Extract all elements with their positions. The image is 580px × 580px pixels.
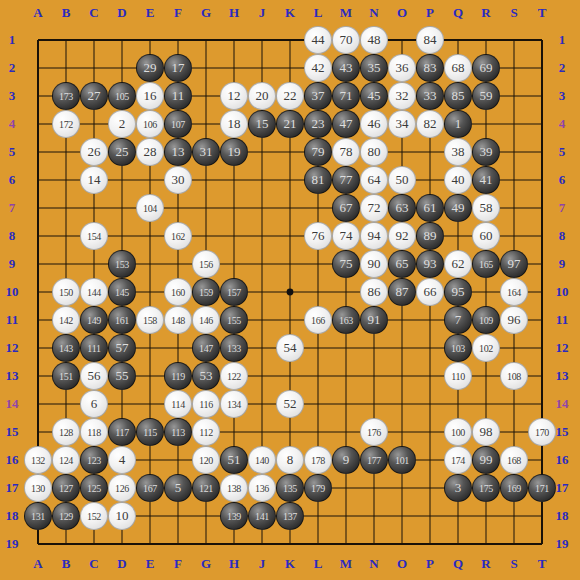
stone-K18-move-137[interactable]: 137 (276, 502, 304, 530)
stone-Q17-move-3[interactable]: 3 (444, 474, 472, 502)
stone-M5-move-78[interactable]: 78 (332, 138, 360, 166)
coord-label-top-M: M (332, 5, 360, 21)
stone-N5-move-80[interactable]: 80 (360, 138, 388, 166)
stone-N8-move-94[interactable]: 94 (360, 222, 388, 250)
coord-label-bottom-O: O (388, 556, 416, 572)
stone-Q11-move-7[interactable]: 7 (444, 306, 472, 334)
coord-label-top-F: F (164, 5, 192, 21)
stone-P4-move-82[interactable]: 82 (416, 110, 444, 138)
coord-label-left-1: 1 (0, 32, 26, 48)
stone-M2-move-43[interactable]: 43 (332, 54, 360, 82)
stone-R2-move-69[interactable]: 69 (472, 54, 500, 82)
coord-label-left-3: 3 (0, 88, 26, 104)
coord-label-right-16: 16 (548, 452, 576, 468)
coord-label-right-18: 18 (548, 508, 576, 524)
stone-R16-move-99[interactable]: 99 (472, 446, 500, 474)
coord-label-bottom-J: J (248, 556, 276, 572)
stone-T15-move-170[interactable]: 170 (528, 418, 556, 446)
stone-Q6-move-40[interactable]: 40 (444, 166, 472, 194)
stone-N15-move-176[interactable]: 176 (360, 418, 388, 446)
coord-label-right-10: 10 (548, 284, 576, 300)
stone-S16-move-168[interactable]: 168 (500, 446, 528, 474)
stone-M16-move-9[interactable]: 9 (332, 446, 360, 474)
stone-C11-move-149[interactable]: 149 (80, 306, 108, 334)
stone-J4-move-15[interactable]: 15 (248, 110, 276, 138)
stone-F5-move-13[interactable]: 13 (164, 138, 192, 166)
stone-M1-move-70[interactable]: 70 (332, 26, 360, 54)
stone-N10-move-86[interactable]: 86 (360, 278, 388, 306)
stone-P1-move-84[interactable]: 84 (416, 26, 444, 54)
coord-label-bottom-R: R (472, 556, 500, 572)
stone-S9-move-97[interactable]: 97 (500, 250, 528, 278)
coord-label-top-Q: Q (444, 5, 472, 21)
stone-D10-move-145[interactable]: 145 (108, 278, 136, 306)
coord-label-bottom-L: L (304, 556, 332, 572)
coord-label-left-4: 4 (0, 116, 26, 132)
stone-M6-move-77[interactable]: 77 (332, 166, 360, 194)
stone-R5-move-39[interactable]: 39 (472, 138, 500, 166)
stone-D9-move-153[interactable]: 153 (108, 250, 136, 278)
stone-N3-move-45[interactable]: 45 (360, 82, 388, 110)
stone-D17-move-126[interactable]: 126 (108, 474, 136, 502)
stone-P9-move-93[interactable]: 93 (416, 250, 444, 278)
stone-R6-move-41[interactable]: 41 (472, 166, 500, 194)
stone-B18-move-129[interactable]: 129 (52, 502, 80, 530)
stone-D13-move-55[interactable]: 55 (108, 362, 136, 390)
stone-T17-move-171[interactable]: 171 (528, 474, 556, 502)
coord-label-bottom-F: F (164, 556, 192, 572)
coord-label-left-6: 6 (0, 172, 26, 188)
stone-B17-move-127[interactable]: 127 (52, 474, 80, 502)
coord-label-right-5: 5 (548, 144, 576, 160)
coord-label-top-E: E (136, 5, 164, 21)
stone-B13-move-151[interactable]: 151 (52, 362, 80, 390)
stone-P3-move-33[interactable]: 33 (416, 82, 444, 110)
coord-label-right-3: 3 (548, 88, 576, 104)
stone-L5-move-79[interactable]: 79 (304, 138, 332, 166)
stone-K3-move-22[interactable]: 22 (276, 82, 304, 110)
coord-label-right-19: 19 (548, 536, 576, 552)
coord-label-top-A: A (24, 5, 52, 21)
stone-M9-move-75[interactable]: 75 (332, 250, 360, 278)
stone-F4-move-107[interactable]: 107 (164, 110, 192, 138)
stone-E15-move-115[interactable]: 115 (136, 418, 164, 446)
stone-F2-move-17[interactable]: 17 (164, 54, 192, 82)
stone-G5-move-31[interactable]: 31 (192, 138, 220, 166)
stone-P10-move-66[interactable]: 66 (416, 278, 444, 306)
stone-G17-move-121[interactable]: 121 (192, 474, 220, 502)
stone-Q4-move-1[interactable]: 1 (444, 110, 472, 138)
stone-O10-move-87[interactable]: 87 (388, 278, 416, 306)
coord-label-left-5: 5 (0, 144, 26, 160)
coord-label-right-9: 9 (548, 256, 576, 272)
stone-H14-move-134[interactable]: 134 (220, 390, 248, 418)
stone-F6-move-30[interactable]: 30 (164, 166, 192, 194)
stone-C3-move-27[interactable]: 27 (80, 82, 108, 110)
coord-label-bottom-E: E (136, 556, 164, 572)
stone-C12-move-111[interactable]: 111 (80, 334, 108, 362)
stone-C10-move-144[interactable]: 144 (80, 278, 108, 306)
coord-label-top-J: J (248, 5, 276, 21)
coord-label-left-15: 15 (0, 424, 26, 440)
stone-J16-move-140[interactable]: 140 (248, 446, 276, 474)
stone-P7-move-61[interactable]: 61 (416, 194, 444, 222)
stone-C6-move-14[interactable]: 14 (80, 166, 108, 194)
coord-label-top-R: R (472, 5, 500, 21)
coord-label-right-7: 7 (548, 200, 576, 216)
coord-label-left-9: 9 (0, 256, 26, 272)
stone-C17-move-125[interactable]: 125 (80, 474, 108, 502)
coord-label-top-N: N (360, 5, 388, 21)
stone-O9-move-65[interactable]: 65 (388, 250, 416, 278)
coord-label-left-10: 10 (0, 284, 26, 300)
stone-G9-move-156[interactable]: 156 (192, 250, 220, 278)
stone-D16-move-4[interactable]: 4 (108, 446, 136, 474)
stone-Q16-move-174[interactable]: 174 (444, 446, 472, 474)
stone-B10-move-150[interactable]: 150 (52, 278, 80, 306)
stone-B16-move-124[interactable]: 124 (52, 446, 80, 474)
stone-H5-move-19[interactable]: 19 (220, 138, 248, 166)
stone-R11-move-109[interactable]: 109 (472, 306, 500, 334)
coord-label-bottom-P: P (416, 556, 444, 572)
coord-label-right-14: 14 (548, 396, 576, 412)
coord-label-right-4: 4 (548, 116, 576, 132)
stone-C13-move-56[interactable]: 56 (80, 362, 108, 390)
coord-label-bottom-T: T (528, 556, 556, 572)
coord-label-bottom-M: M (332, 556, 360, 572)
stone-L4-move-23[interactable]: 23 (304, 110, 332, 138)
stone-E17-move-167[interactable]: 167 (136, 474, 164, 502)
stone-R8-move-60[interactable]: 60 (472, 222, 500, 250)
stone-R7-move-58[interactable]: 58 (472, 194, 500, 222)
stone-G16-move-120[interactable]: 120 (192, 446, 220, 474)
coord-label-left-16: 16 (0, 452, 26, 468)
coord-label-left-13: 13 (0, 368, 26, 384)
stone-H10-move-157[interactable]: 157 (220, 278, 248, 306)
coord-label-right-8: 8 (548, 228, 576, 244)
stone-K17-move-135[interactable]: 135 (276, 474, 304, 502)
stone-G14-move-116[interactable]: 116 (192, 390, 220, 418)
stone-B12-move-143[interactable]: 143 (52, 334, 80, 362)
stone-L2-move-42[interactable]: 42 (304, 54, 332, 82)
stone-Q3-move-85[interactable]: 85 (444, 82, 472, 110)
stone-D4-move-2[interactable]: 2 (108, 110, 136, 138)
coord-label-bottom-G: G (192, 556, 220, 572)
stone-E2-move-29[interactable]: 29 (136, 54, 164, 82)
stone-H4-move-18[interactable]: 18 (220, 110, 248, 138)
coord-label-top-L: L (304, 5, 332, 21)
coord-label-left-11: 11 (0, 312, 26, 328)
stone-H16-move-51[interactable]: 51 (220, 446, 248, 474)
stone-Q10-move-95[interactable]: 95 (444, 278, 472, 306)
stone-M8-move-74[interactable]: 74 (332, 222, 360, 250)
coord-label-top-H: H (220, 5, 248, 21)
stone-O8-move-92[interactable]: 92 (388, 222, 416, 250)
stone-O2-move-36[interactable]: 36 (388, 54, 416, 82)
coord-label-top-O: O (388, 5, 416, 21)
stone-B4-move-172[interactable]: 172 (52, 110, 80, 138)
stone-L8-move-76[interactable]: 76 (304, 222, 332, 250)
stone-Q5-move-38[interactable]: 38 (444, 138, 472, 166)
stone-O16-move-101[interactable]: 101 (388, 446, 416, 474)
coord-label-top-S: S (500, 5, 528, 21)
coord-label-top-K: K (276, 5, 304, 21)
stone-N9-move-90[interactable]: 90 (360, 250, 388, 278)
coord-label-top-D: D (108, 5, 136, 21)
stone-D11-move-161[interactable]: 161 (108, 306, 136, 334)
stone-E4-move-106[interactable]: 106 (136, 110, 164, 138)
stone-N4-move-46[interactable]: 46 (360, 110, 388, 138)
stone-F11-move-148[interactable]: 148 (164, 306, 192, 334)
stone-H12-move-133[interactable]: 133 (220, 334, 248, 362)
coord-label-top-C: C (80, 5, 108, 21)
stone-S10-move-164[interactable]: 164 (500, 278, 528, 306)
stone-E7-move-104[interactable]: 104 (136, 194, 164, 222)
stone-P8-move-89[interactable]: 89 (416, 222, 444, 250)
coord-label-top-T: T (528, 5, 556, 21)
stone-R15-move-98[interactable]: 98 (472, 418, 500, 446)
coord-label-bottom-N: N (360, 556, 388, 572)
stone-A18-move-131[interactable]: 131 (24, 502, 52, 530)
stone-P2-move-83[interactable]: 83 (416, 54, 444, 82)
stone-M4-move-47[interactable]: 47 (332, 110, 360, 138)
star-point-K10 (287, 289, 294, 296)
coord-label-top-B: B (52, 5, 80, 21)
stone-C16-move-123[interactable]: 123 (80, 446, 108, 474)
coord-label-bottom-D: D (108, 556, 136, 572)
stone-G15-move-112[interactable]: 112 (192, 418, 220, 446)
stone-D12-move-57[interactable]: 57 (108, 334, 136, 362)
stone-F15-move-113[interactable]: 113 (164, 418, 192, 446)
stone-N7-move-72[interactable]: 72 (360, 194, 388, 222)
stone-N16-move-177[interactable]: 177 (360, 446, 388, 474)
stone-J18-move-141[interactable]: 141 (248, 502, 276, 530)
coord-label-top-G: G (192, 5, 220, 21)
stone-R17-move-175[interactable]: 175 (472, 474, 500, 502)
stone-S13-move-108[interactable]: 108 (500, 362, 528, 390)
coord-label-right-6: 6 (548, 172, 576, 188)
stone-O3-move-32[interactable]: 32 (388, 82, 416, 110)
stone-Q7-move-49[interactable]: 49 (444, 194, 472, 222)
stone-Q15-move-100[interactable]: 100 (444, 418, 472, 446)
coord-label-right-11: 11 (548, 312, 576, 328)
stone-S11-move-96[interactable]: 96 (500, 306, 528, 334)
stone-F14-move-114[interactable]: 114 (164, 390, 192, 418)
coord-label-bottom-Q: Q (444, 556, 472, 572)
stone-G11-move-146[interactable]: 146 (192, 306, 220, 334)
stone-H3-move-12[interactable]: 12 (220, 82, 248, 110)
coord-label-bottom-C: C (80, 556, 108, 572)
stone-Q13-move-110[interactable]: 110 (444, 362, 472, 390)
stone-G12-move-147[interactable]: 147 (192, 334, 220, 362)
stone-F13-move-119[interactable]: 119 (164, 362, 192, 390)
coord-label-left-7: 7 (0, 200, 26, 216)
coord-label-left-12: 12 (0, 340, 26, 356)
coord-label-bottom-S: S (500, 556, 528, 572)
coord-label-right-12: 12 (548, 340, 576, 356)
stone-C5-move-26[interactable]: 26 (80, 138, 108, 166)
stone-L17-move-179[interactable]: 179 (304, 474, 332, 502)
stone-L3-move-37[interactable]: 37 (304, 82, 332, 110)
coord-label-top-P: P (416, 5, 444, 21)
stone-F10-move-160[interactable]: 160 (164, 278, 192, 306)
stone-K12-move-54[interactable]: 54 (276, 334, 304, 362)
coord-label-right-2: 2 (548, 60, 576, 76)
stone-L6-move-81[interactable]: 81 (304, 166, 332, 194)
stone-N6-move-64[interactable]: 64 (360, 166, 388, 194)
stone-R12-move-102[interactable]: 102 (472, 334, 500, 362)
stone-R3-move-59[interactable]: 59 (472, 82, 500, 110)
stone-M3-move-71[interactable]: 71 (332, 82, 360, 110)
stone-L16-move-178[interactable]: 178 (304, 446, 332, 474)
stone-D5-move-25[interactable]: 25 (108, 138, 136, 166)
stone-Q12-move-103[interactable]: 103 (444, 334, 472, 362)
stone-D18-move-10[interactable]: 10 (108, 502, 136, 530)
stone-L1-move-44[interactable]: 44 (304, 26, 332, 54)
stone-A17-move-130[interactable]: 130 (24, 474, 52, 502)
coord-label-bottom-A: A (24, 556, 52, 572)
stone-C14-move-6[interactable]: 6 (80, 390, 108, 418)
stone-F3-move-11[interactable]: 11 (164, 82, 192, 110)
coord-label-left-14: 14 (0, 396, 26, 412)
stone-H11-move-155[interactable]: 155 (220, 306, 248, 334)
stone-N1-move-48[interactable]: 48 (360, 26, 388, 54)
stone-B11-move-142[interactable]: 142 (52, 306, 80, 334)
coord-label-left-2: 2 (0, 60, 26, 76)
stone-G13-move-53[interactable]: 53 (192, 362, 220, 390)
stone-F8-move-162[interactable]: 162 (164, 222, 192, 250)
stone-H18-move-139[interactable]: 139 (220, 502, 248, 530)
coord-label-left-17: 17 (0, 480, 26, 496)
stone-E11-move-158[interactable]: 158 (136, 306, 164, 334)
stone-K16-move-8[interactable]: 8 (276, 446, 304, 474)
stone-L11-move-166[interactable]: 166 (304, 306, 332, 334)
stone-N2-move-35[interactable]: 35 (360, 54, 388, 82)
stone-N11-move-91[interactable]: 91 (360, 306, 388, 334)
go-board-diagram[interactable]: AABBCCDDEEFFGGHHJJKKLLMMNNOOPPQQRRSSTT11… (0, 0, 580, 580)
stone-O7-move-63[interactable]: 63 (388, 194, 416, 222)
stone-K4-move-21[interactable]: 21 (276, 110, 304, 138)
stone-B3-move-173[interactable]: 173 (52, 82, 80, 110)
coord-label-bottom-H: H (220, 556, 248, 572)
stone-Q9-move-62[interactable]: 62 (444, 250, 472, 278)
stone-M11-move-163[interactable]: 163 (332, 306, 360, 334)
stone-O4-move-34[interactable]: 34 (388, 110, 416, 138)
coord-label-left-8: 8 (0, 228, 26, 244)
coord-label-left-19: 19 (0, 536, 26, 552)
stone-A16-move-132[interactable]: 132 (24, 446, 52, 474)
stone-M7-move-67[interactable]: 67 (332, 194, 360, 222)
stone-E3-move-16[interactable]: 16 (136, 82, 164, 110)
stone-F17-move-5[interactable]: 5 (164, 474, 192, 502)
stone-C15-move-118[interactable]: 118 (80, 418, 108, 446)
stone-C18-move-152[interactable]: 152 (80, 502, 108, 530)
stone-K14-move-52[interactable]: 52 (276, 390, 304, 418)
stone-Q2-move-68[interactable]: 68 (444, 54, 472, 82)
coord-label-bottom-B: B (52, 556, 80, 572)
stone-B15-move-128[interactable]: 128 (52, 418, 80, 446)
stone-D3-move-105[interactable]: 105 (108, 82, 136, 110)
coord-label-right-1: 1 (548, 32, 576, 48)
coord-label-left-18: 18 (0, 508, 26, 524)
stone-S17-move-169[interactable]: 169 (500, 474, 528, 502)
stone-E5-move-28[interactable]: 28 (136, 138, 164, 166)
stone-J17-move-136[interactable]: 136 (248, 474, 276, 502)
stone-C8-move-154[interactable]: 154 (80, 222, 108, 250)
coord-label-bottom-K: K (276, 556, 304, 572)
stone-O6-move-50[interactable]: 50 (388, 166, 416, 194)
coord-label-right-13: 13 (548, 368, 576, 384)
stone-J3-move-20[interactable]: 20 (248, 82, 276, 110)
stone-R9-move-165[interactable]: 165 (472, 250, 500, 278)
stone-D15-move-117[interactable]: 117 (108, 418, 136, 446)
stone-G10-move-159[interactable]: 159 (192, 278, 220, 306)
stone-H17-move-138[interactable]: 138 (220, 474, 248, 502)
stone-H13-move-122[interactable]: 122 (220, 362, 248, 390)
